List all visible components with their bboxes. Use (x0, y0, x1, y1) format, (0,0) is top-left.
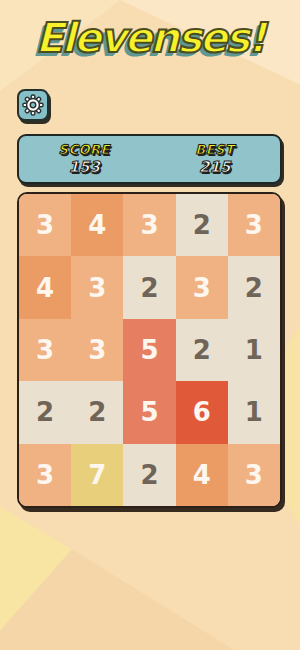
tile-r3c2[interactable]: 3 (71, 319, 123, 381)
tile-r1c2[interactable]: 4 (71, 194, 123, 256)
tile-r3c4[interactable]: 2 (176, 319, 228, 381)
tile-r5c1[interactable]: 3 (19, 444, 71, 506)
tile-r4c1[interactable]: 2 (19, 381, 71, 443)
tile-r2c4[interactable]: 3 (176, 256, 228, 318)
gear-icon (22, 94, 44, 116)
score-value: 153 (69, 158, 100, 176)
score-block: SCORE 153 (19, 136, 150, 182)
best-block: BEST 215 (150, 136, 281, 182)
best-value: 215 (199, 158, 230, 176)
tile-r2c2[interactable]: 3 (71, 256, 123, 318)
tile-r4c4[interactable]: 6 (176, 381, 228, 443)
tile-r1c5[interactable]: 3 (228, 194, 280, 256)
page-title: Elevenses! (0, 14, 300, 62)
tile-r1c1[interactable]: 3 (19, 194, 71, 256)
tile-r4c2[interactable]: 2 (71, 381, 123, 443)
score-panel: SCORE 153 BEST 215 (17, 134, 282, 184)
settings-button[interactable] (17, 89, 49, 121)
tile-r5c4[interactable]: 4 (176, 444, 228, 506)
tile-r3c3[interactable]: 5 (123, 319, 175, 381)
tile-r5c3[interactable]: 2 (123, 444, 175, 506)
tile-r4c5[interactable]: 1 (228, 381, 280, 443)
tile-r5c2[interactable]: 7 (71, 444, 123, 506)
tile-r1c4[interactable]: 2 (176, 194, 228, 256)
best-label: BEST (195, 142, 234, 157)
tile-r2c3[interactable]: 2 (123, 256, 175, 318)
tile-r2c5[interactable]: 2 (228, 256, 280, 318)
tile-r3c1[interactable]: 3 (19, 319, 71, 381)
board: 3432343232335212256137243 (17, 192, 282, 508)
score-label: SCORE (59, 142, 110, 157)
tile-r4c3[interactable]: 5 (123, 381, 175, 443)
tile-r2c1[interactable]: 4 (19, 256, 71, 318)
tile-r1c3[interactable]: 3 (123, 194, 175, 256)
tile-r3c5[interactable]: 1 (228, 319, 280, 381)
tile-r5c5[interactable]: 3 (228, 444, 280, 506)
